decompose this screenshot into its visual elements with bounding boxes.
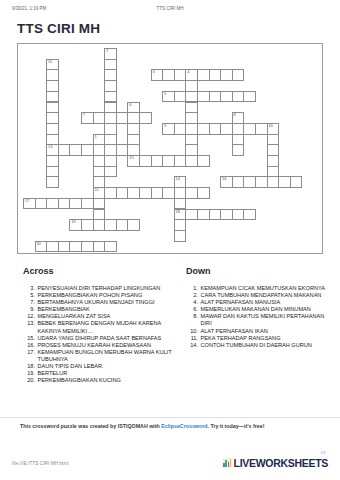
- clue-item-text: PROSES MENUJU KEARAH KEDEWASAAN: [38, 342, 174, 349]
- crossword-grid: 2113456789101131514161217181920: [17, 43, 323, 254]
- clue-item-text: PEKA TERHADAP RANGSANG: [201, 335, 337, 342]
- clue-item: 2.CARA TUMBUHAN MENDAPATKAN MAKANAN: [186, 292, 336, 299]
- clue-item-text: KEMAMPUAN CICAK MEMUTUSKAN EKORNYA: [201, 285, 337, 292]
- clue-item-number: 15.: [23, 335, 35, 342]
- clue-item: 17.KEMAMPUAN BUNGLON MERUBAH WARNA KULIT…: [23, 349, 173, 363]
- clue-item-number: 1.: [186, 285, 198, 292]
- clue-item: 13.BEBEK BERENANG DENGAN MUDAH KARENA KA…: [23, 320, 173, 334]
- clue-item-number: 3.: [23, 285, 35, 292]
- clue-item-number: 6.: [186, 306, 198, 313]
- across-clue-list: 3.PENYESUAIAN DIRI TERHADAP LINGKUNGAN5.…: [23, 285, 173, 384]
- clue-item-text: PENYESUAIAN DIRI TERHADAP LINGKUNGAN: [38, 285, 174, 292]
- clue-number: 9: [164, 124, 166, 128]
- clue-item-text: BERTELUR: [38, 370, 174, 377]
- across-heading: Across: [23, 266, 54, 276]
- clue-item-number: 18.: [23, 363, 35, 370]
- clue-item-text: ALAT PERNAFASAN MANUSIA: [201, 299, 337, 306]
- grid-cell: [243, 91, 256, 103]
- bar-chart-icon: [222, 458, 232, 468]
- clue-item-text: CARA TUMBUHAN MENDAPATKAN MAKANAN: [201, 292, 337, 299]
- clue-number: 1: [94, 135, 96, 139]
- clue-number: 13: [48, 145, 52, 149]
- clue-item: 8.MAWAR DAN KAKTUS MEMILIKI PERTAHANAN D…: [186, 313, 336, 327]
- clue-number: 17: [25, 199, 29, 203]
- clue-item-text: CONTOH TUMBUHAN DI DAERAH GURUN: [201, 342, 337, 349]
- clue-number: 12: [94, 188, 98, 192]
- clue-item-number: 20.: [23, 377, 35, 384]
- clue-item-number: 11.: [186, 335, 198, 342]
- clue-item: 7.BERTAMBAHNYA UKURAN MENJADI TINGGI: [23, 299, 173, 306]
- credit-suffix: . Try it today—it's free!: [208, 423, 265, 429]
- clue-item-text: DAUN TIPIS DAN LEBAR.: [38, 363, 174, 370]
- clue-item-text: MAWAR DAN KAKTUS MEMILIKI PERTAHANAN DIR…: [201, 313, 337, 327]
- grid-cell: [104, 166, 117, 178]
- clue-item-number: 2.: [186, 292, 198, 299]
- clue-item: 4.ALAT PERNAFASAN MANUSIA: [186, 299, 336, 306]
- clue-number: 19: [71, 220, 75, 224]
- grid-cell: [127, 219, 140, 231]
- clue-item-number: 5.: [23, 292, 35, 299]
- grid-cell: [197, 187, 210, 199]
- clue-item-number: 9.: [23, 306, 35, 313]
- clue-item: 10.ALAT PERNAFASAN IKAN: [186, 328, 336, 335]
- grid-cell: [139, 112, 152, 124]
- clue-item-text: UDARA YANG DIHIRUP PADA SAAT BERNAFAS: [38, 335, 174, 342]
- clue-item: 9.BERKEMBANGBIAK: [23, 306, 173, 313]
- clue-number: 8: [234, 113, 236, 117]
- clue-item-number: 10.: [186, 328, 198, 335]
- clue-item: 15.UDARA YANG DIHIRUP PADA SAAT BERNAFAS: [23, 335, 173, 342]
- clue-item-text: ALAT PERNAFASAN IKAN: [201, 328, 337, 335]
- clue-item-text: BERTAMBAHNYA UKURAN MENJADI TINGGI: [38, 299, 174, 306]
- clue-number: 14: [176, 177, 180, 181]
- clue-item-text: BEBEK BERENANG DENGAN MUDAH KARENA KAKIN…: [38, 320, 174, 334]
- grid-cell: [46, 176, 59, 188]
- clue-item-number: 17.: [23, 349, 35, 363]
- clue-number: 3: [152, 70, 154, 74]
- grid-cell: [232, 144, 245, 156]
- clue-item-text: PERKEMBANGBIAKAN POHON PISANG: [38, 292, 174, 299]
- clue-item-number: 14.: [186, 342, 198, 349]
- clue-number: 7: [83, 113, 85, 117]
- clue-item: 3.PENYESUAIAN DIRI TERHADAP LINGKUNGAN: [23, 285, 173, 292]
- liveworksheets-logo: LIVEWORKSHEETS: [222, 457, 328, 469]
- clue-item: 12.MENGELUARKAN ZAT SISA: [23, 313, 173, 320]
- clue-item-number: 7.: [23, 299, 35, 306]
- clue-item: 14.CONTOH TUMBUHAN DI DAERAH GURUN: [186, 342, 336, 349]
- clue-number: 16: [222, 177, 226, 181]
- clue-item-text: KEMAMPUAN BUNGLON MERUBAH WARNA KULIT TU…: [38, 349, 174, 363]
- divider-line: [0, 417, 340, 418]
- clue-item: 5.PERKEMBANGBIAKAN POHON PISANG: [23, 292, 173, 299]
- credit-line: This crossword puzzle was created by IST…: [20, 423, 330, 429]
- clue-item-text: BERKEMBANGBIAK: [38, 306, 174, 313]
- clue-item-number: 19.: [23, 370, 35, 377]
- clue-item-number: 16.: [23, 342, 35, 349]
- grid-cell: [104, 241, 117, 253]
- clue-item-number: 8.: [186, 313, 198, 327]
- clue-number: 11: [48, 60, 52, 64]
- clue-item-text: MEMERLUKAN MAKANAN DAN MINUMAN: [201, 306, 337, 313]
- clue-item: 11.PEKA TERHADAP RANGSANG: [186, 335, 336, 342]
- grid-cell: [174, 230, 187, 242]
- eclipsecrossword-link[interactable]: EclipseCrossword: [161, 423, 207, 429]
- clue-item-number: 13.: [23, 320, 35, 334]
- clue-number: 2: [106, 49, 108, 53]
- grid-cell: [232, 69, 245, 81]
- grid-cell: [197, 155, 210, 167]
- liveworksheets-wordmark: LIVEWORKSHEETS: [234, 457, 328, 469]
- clue-number: 6: [129, 103, 131, 107]
- down-heading: Down: [186, 266, 211, 276]
- clue-item: 18.DAUN TIPIS DAN LEBAR.: [23, 363, 173, 370]
- clue-item-text: MENGELUARKAN ZAT SISA: [38, 313, 174, 320]
- clue-number: 20: [36, 242, 40, 246]
- clue-item-number: 4.: [186, 299, 198, 306]
- clue-item-text: PERKEMBANGBIAKAN KUCING: [38, 377, 174, 384]
- grid-cell: [290, 176, 303, 188]
- page-indicator: 1/1: [320, 450, 326, 455]
- down-clue-list: 1.KEMAMPUAN CICAK MEMUTUSKAN EKORNYA2.CA…: [186, 285, 336, 349]
- clue-item: 20.PERKEMBANGBIAKAN KUCING: [23, 377, 173, 384]
- clue-item: 6.MEMERLUKAN MAKANAN DAN MINUMAN: [186, 306, 336, 313]
- clue-item: 1.KEMAMPUAN CICAK MEMUTUSKAN EKORNYA: [186, 285, 336, 292]
- clue-number: 4: [187, 70, 189, 74]
- grid-cell: [243, 209, 256, 221]
- clue-number: 10: [268, 124, 272, 128]
- clue-item: 19.BERTELUR: [23, 370, 173, 377]
- print-header-doc-title: TTS CIRI MH: [0, 6, 340, 11]
- clue-item-number: 12.: [23, 313, 35, 320]
- footer-file-path: file:///E:/TTS CIRI MH.html: [12, 461, 69, 466]
- clue-number: 15: [129, 156, 133, 160]
- page-title: TTS CIRI MH: [17, 21, 100, 36]
- credit-prefix: This crossword puzzle was created by IST…: [20, 423, 161, 429]
- clue-number: 18: [176, 210, 180, 214]
- clue-number: 5: [164, 92, 166, 96]
- clue-item: 16.PROSES MENUJU KEARAH KEDEWASAAN: [23, 342, 173, 349]
